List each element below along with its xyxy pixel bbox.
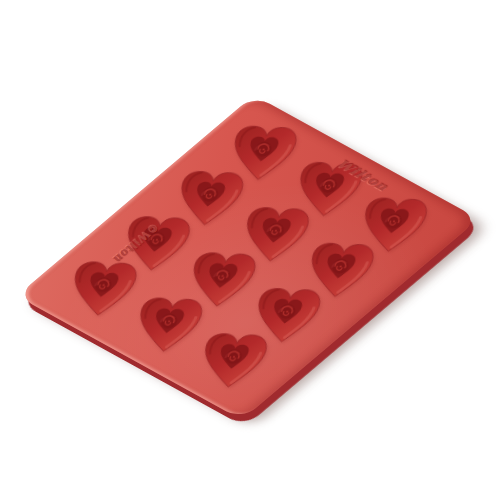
heart-cavity-r3-c4 [355,195,433,256]
product-photo-scene: Wilton ©Wilton [0,0,500,500]
silicone-heart-mold-tray: Wilton ©Wilton [17,95,479,420]
cavity-grid [17,95,479,420]
heart-cavity-r1-c4 [224,123,302,184]
heart-cavity-r2-c4 [289,159,367,220]
